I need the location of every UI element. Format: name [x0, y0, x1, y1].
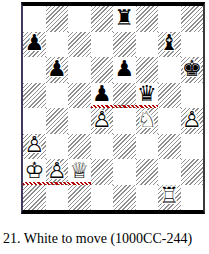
white-pawn: ♟♙	[23, 134, 46, 160]
square-b1	[46, 185, 69, 211]
square-g6	[158, 57, 181, 83]
black-piece-glyph: ♟	[47, 58, 67, 80]
square-h2	[181, 159, 204, 185]
square-e1	[113, 185, 136, 211]
page: ♜♟♝♟♟♚♟♛♟♙♞♘♟♙♟♙♚♔♟♙♛♕♜♖ 21. White to mo…	[0, 0, 209, 254]
square-e3	[113, 134, 136, 160]
square-h8	[181, 6, 204, 32]
square-b3	[46, 134, 69, 160]
white-piece-outline: ♙	[47, 160, 67, 182]
square-a3: ♟♙	[23, 134, 46, 160]
black-rook: ♜	[113, 6, 136, 32]
square-e7	[113, 32, 136, 58]
square-d4: ♟♙	[91, 108, 114, 134]
square-e6: ♟	[113, 57, 136, 83]
white-piece-outline: ♙	[182, 109, 202, 131]
square-b8	[46, 6, 69, 32]
square-g1: ♜♖	[158, 185, 181, 211]
square-c5	[68, 83, 91, 109]
black-piece-glyph: ♟	[114, 58, 134, 80]
square-a4	[23, 108, 46, 134]
black-piece-glyph: ♟	[24, 32, 44, 54]
black-piece-glyph: ♜	[114, 7, 134, 29]
square-e4	[113, 108, 136, 134]
square-f1	[136, 185, 159, 211]
square-h3	[181, 134, 204, 160]
square-f7	[136, 32, 159, 58]
black-piece-glyph: ♛	[137, 83, 157, 105]
chess-board: ♜♟♝♟♟♚♟♛♟♙♞♘♟♙♟♙♚♔♟♙♛♕♜♖	[23, 6, 203, 210]
white-piece-outline: ♘	[137, 109, 157, 131]
black-king: ♚	[181, 57, 204, 83]
square-b7	[46, 32, 69, 58]
square-h7	[181, 32, 204, 58]
black-pawn: ♟	[113, 57, 136, 83]
black-piece-glyph: ♟	[92, 83, 112, 105]
black-pawn: ♟	[46, 57, 69, 83]
square-f8	[136, 6, 159, 32]
square-c4	[68, 108, 91, 134]
square-d7	[91, 32, 114, 58]
black-pawn: ♟	[23, 32, 46, 58]
white-piece-outline: ♕	[69, 160, 89, 182]
white-knight: ♞♘	[136, 108, 159, 134]
square-e8: ♜	[113, 6, 136, 32]
square-c6	[68, 57, 91, 83]
square-d8	[91, 6, 114, 32]
square-h1	[181, 185, 204, 211]
red-squiggle-1	[91, 105, 159, 108]
square-d1	[91, 185, 114, 211]
square-b4	[46, 108, 69, 134]
square-f6	[136, 57, 159, 83]
square-a8	[23, 6, 46, 32]
white-pawn: ♟♙	[91, 108, 114, 134]
white-piece-outline: ♖	[159, 185, 179, 207]
square-g8	[158, 6, 181, 32]
red-squiggle-2	[23, 182, 91, 185]
square-g5	[158, 83, 181, 109]
square-h6: ♚	[181, 57, 204, 83]
chess-board-frame: ♜♟♝♟♟♚♟♛♟♙♞♘♟♙♟♙♚♔♟♙♛♕♜♖	[21, 2, 205, 214]
square-d2	[91, 159, 114, 185]
square-b5	[46, 83, 69, 109]
square-d6	[91, 57, 114, 83]
white-piece-outline: ♙	[24, 134, 44, 156]
white-piece-outline: ♙	[92, 109, 112, 131]
square-c8	[68, 6, 91, 32]
square-h4: ♟♙	[181, 108, 204, 134]
square-d3	[91, 134, 114, 160]
square-a1	[23, 185, 46, 211]
square-c7	[68, 32, 91, 58]
white-piece-outline: ♔	[24, 160, 44, 182]
square-a5	[23, 83, 46, 109]
square-g2	[158, 159, 181, 185]
square-g7: ♝	[158, 32, 181, 58]
square-h5	[181, 83, 204, 109]
square-c3	[68, 134, 91, 160]
black-piece-glyph: ♚	[182, 58, 202, 80]
square-f3	[136, 134, 159, 160]
square-g4	[158, 108, 181, 134]
white-rook: ♜♖	[158, 185, 181, 211]
square-a6	[23, 57, 46, 83]
white-pawn: ♟♙	[181, 108, 204, 134]
square-a7: ♟	[23, 32, 46, 58]
black-bishop: ♝	[158, 32, 181, 58]
square-g3	[158, 134, 181, 160]
square-b6: ♟	[46, 57, 69, 83]
square-c1	[68, 185, 91, 211]
square-f2	[136, 159, 159, 185]
black-piece-glyph: ♝	[159, 32, 179, 54]
square-e2	[113, 159, 136, 185]
square-f4: ♞♘	[136, 108, 159, 134]
caption: 21. White to move (1000CC-244)	[3, 231, 206, 247]
